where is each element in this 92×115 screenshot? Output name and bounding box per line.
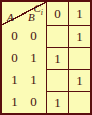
- kmap-corner-header: Ci A B: [2, 2, 46, 25]
- row-variable-b-label: B: [28, 12, 35, 23]
- a-value: 1: [11, 94, 18, 110]
- b-value: 0: [30, 28, 37, 44]
- kmap-cell-11-c0: [46, 69, 68, 91]
- kmap-cell-11-c1: 1: [68, 69, 90, 91]
- row-label-01: 0 1: [2, 47, 46, 69]
- b-value: 1: [30, 72, 37, 88]
- a-value: 0: [11, 50, 18, 66]
- kmap-cell-01-c1: [68, 47, 90, 69]
- kmap-cell-01-c0: 1: [46, 47, 68, 69]
- karnaugh-map: Ci A B 0 1 0 0 1 0 1 1 1 1 1 1 0 1: [0, 0, 92, 115]
- b-value: 0: [30, 94, 37, 110]
- row-variable-a-label: A: [7, 12, 14, 23]
- kmap-cell-00-c0: [46, 25, 68, 47]
- column-header-c1: 1: [68, 2, 90, 25]
- row-label-11: 1 1: [2, 69, 46, 91]
- a-value: 1: [11, 72, 18, 88]
- kmap-cell-10-c1: [68, 91, 90, 113]
- column-header-c0: 0: [46, 2, 68, 25]
- kmap-cell-10-c0: 1: [46, 91, 68, 113]
- b-value: 1: [30, 50, 37, 66]
- row-label-10: 1 0: [2, 91, 46, 113]
- a-value: 0: [11, 28, 18, 44]
- kmap-cell-00-c1: 1: [68, 25, 90, 47]
- row-label-00: 0 0: [2, 25, 46, 47]
